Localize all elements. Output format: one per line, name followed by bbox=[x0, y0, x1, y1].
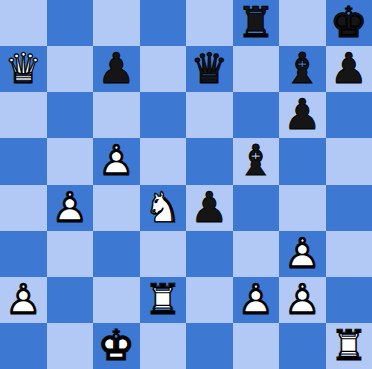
square-c2[interactable] bbox=[93, 277, 140, 323]
square-g6[interactable]: ♟ bbox=[279, 92, 326, 138]
square-c7[interactable]: ♟ bbox=[93, 46, 140, 92]
square-f7[interactable] bbox=[233, 46, 280, 92]
square-g7[interactable]: ♝ bbox=[279, 46, 326, 92]
square-c3[interactable] bbox=[93, 231, 140, 277]
square-h6[interactable] bbox=[326, 92, 372, 138]
square-c6[interactable] bbox=[93, 92, 140, 138]
square-f5[interactable]: ♝ bbox=[233, 138, 280, 184]
square-c5[interactable]: ♟♙ bbox=[93, 138, 140, 184]
pawn-glyph-outline: ♙ bbox=[279, 231, 326, 277]
square-g2[interactable]: ♟♙ bbox=[279, 277, 326, 323]
square-e5[interactable] bbox=[186, 138, 233, 184]
square-a3[interactable] bbox=[0, 231, 47, 277]
pawn-glyph-fill: ♟ bbox=[186, 185, 233, 231]
black-rook-f8[interactable]: ♜ bbox=[233, 0, 280, 46]
black-pawn-e4[interactable]: ♟ bbox=[186, 185, 233, 231]
square-b4[interactable]: ♟♙ bbox=[47, 185, 94, 231]
pawn-glyph-outline: ♙ bbox=[0, 277, 47, 323]
square-c1[interactable]: ♚♔ bbox=[93, 323, 140, 369]
square-b6[interactable] bbox=[47, 92, 94, 138]
bishop-glyph-fill: ♝ bbox=[233, 138, 280, 184]
white-queen-a7[interactable]: ♛♕ bbox=[0, 46, 47, 92]
square-b2[interactable] bbox=[47, 277, 94, 323]
square-d2[interactable]: ♜♖ bbox=[140, 277, 187, 323]
square-e1[interactable] bbox=[186, 323, 233, 369]
square-a4[interactable] bbox=[0, 185, 47, 231]
square-g5[interactable] bbox=[279, 138, 326, 184]
bishop-glyph-fill: ♝ bbox=[279, 46, 326, 92]
chess-board: ♜♚♛♕♟♛♝♟♟♟♙♝♟♙♞♘♟♟♙♟♙♜♖♟♙♟♙♚♔♜♖ bbox=[0, 0, 372, 369]
chess-board-container: ♜♚♛♕♟♛♝♟♟♟♙♝♟♙♞♘♟♟♙♟♙♜♖♟♙♟♙♚♔♜♖ bbox=[0, 0, 372, 369]
square-f2[interactable]: ♟♙ bbox=[233, 277, 280, 323]
square-d1[interactable] bbox=[140, 323, 187, 369]
square-f4[interactable] bbox=[233, 185, 280, 231]
square-b3[interactable] bbox=[47, 231, 94, 277]
square-d6[interactable] bbox=[140, 92, 187, 138]
square-g4[interactable] bbox=[279, 185, 326, 231]
square-d5[interactable] bbox=[140, 138, 187, 184]
square-a2[interactable]: ♟♙ bbox=[0, 277, 47, 323]
black-pawn-c7[interactable]: ♟ bbox=[93, 46, 140, 92]
square-f6[interactable] bbox=[233, 92, 280, 138]
square-b1[interactable] bbox=[47, 323, 94, 369]
square-d3[interactable] bbox=[140, 231, 187, 277]
black-queen-e7[interactable]: ♛ bbox=[186, 46, 233, 92]
square-h5[interactable] bbox=[326, 138, 372, 184]
square-a8[interactable] bbox=[0, 0, 47, 46]
pawn-glyph-outline: ♙ bbox=[47, 185, 94, 231]
pawn-glyph-fill: ♟ bbox=[326, 46, 372, 92]
rook-glyph-outline: ♖ bbox=[140, 277, 187, 323]
white-king-c1[interactable]: ♚♔ bbox=[93, 323, 140, 369]
pawn-glyph-outline: ♙ bbox=[279, 277, 326, 323]
square-h4[interactable] bbox=[326, 185, 372, 231]
black-bishop-f5[interactable]: ♝ bbox=[233, 138, 280, 184]
white-rook-h1[interactable]: ♜♖ bbox=[326, 323, 372, 369]
square-g8[interactable] bbox=[279, 0, 326, 46]
square-a6[interactable] bbox=[0, 92, 47, 138]
black-king-h8[interactable]: ♚ bbox=[326, 0, 372, 46]
square-c4[interactable] bbox=[93, 185, 140, 231]
square-f1[interactable] bbox=[233, 323, 280, 369]
square-f8[interactable]: ♜ bbox=[233, 0, 280, 46]
rook-glyph-fill: ♜ bbox=[233, 0, 280, 46]
square-e8[interactable] bbox=[186, 0, 233, 46]
rook-glyph-outline: ♖ bbox=[326, 323, 372, 369]
square-b7[interactable] bbox=[47, 46, 94, 92]
pawn-glyph-fill: ♟ bbox=[93, 46, 140, 92]
square-h7[interactable]: ♟ bbox=[326, 46, 372, 92]
square-g3[interactable]: ♟♙ bbox=[279, 231, 326, 277]
square-h1[interactable]: ♜♖ bbox=[326, 323, 372, 369]
square-d8[interactable] bbox=[140, 0, 187, 46]
white-pawn-b4[interactable]: ♟♙ bbox=[47, 185, 94, 231]
square-e7[interactable]: ♛ bbox=[186, 46, 233, 92]
square-h8[interactable]: ♚ bbox=[326, 0, 372, 46]
square-a7[interactable]: ♛♕ bbox=[0, 46, 47, 92]
square-a1[interactable] bbox=[0, 323, 47, 369]
pawn-glyph-outline: ♙ bbox=[233, 277, 280, 323]
white-rook-d2[interactable]: ♜♖ bbox=[140, 277, 187, 323]
square-g1[interactable] bbox=[279, 323, 326, 369]
square-f3[interactable] bbox=[233, 231, 280, 277]
square-a5[interactable] bbox=[0, 138, 47, 184]
queen-glyph-fill: ♛ bbox=[186, 46, 233, 92]
square-b5[interactable] bbox=[47, 138, 94, 184]
black-bishop-g7[interactable]: ♝ bbox=[279, 46, 326, 92]
black-pawn-h7[interactable]: ♟ bbox=[326, 46, 372, 92]
square-e2[interactable] bbox=[186, 277, 233, 323]
square-c8[interactable] bbox=[93, 0, 140, 46]
square-d7[interactable] bbox=[140, 46, 187, 92]
square-e3[interactable] bbox=[186, 231, 233, 277]
square-e4[interactable]: ♟ bbox=[186, 185, 233, 231]
queen-glyph-outline: ♕ bbox=[0, 46, 47, 92]
white-pawn-a2[interactable]: ♟♙ bbox=[0, 277, 47, 323]
square-h3[interactable] bbox=[326, 231, 372, 277]
white-pawn-f2[interactable]: ♟♙ bbox=[233, 277, 280, 323]
knight-glyph-outline: ♘ bbox=[140, 185, 187, 231]
square-e6[interactable] bbox=[186, 92, 233, 138]
square-h2[interactable] bbox=[326, 277, 372, 323]
king-glyph-fill: ♚ bbox=[326, 0, 372, 46]
white-knight-d4[interactable]: ♞♘ bbox=[140, 185, 187, 231]
white-pawn-g2[interactable]: ♟♙ bbox=[279, 277, 326, 323]
white-pawn-c5[interactable]: ♟♙ bbox=[93, 138, 140, 184]
white-pawn-g3[interactable]: ♟♙ bbox=[279, 231, 326, 277]
pawn-glyph-fill: ♟ bbox=[279, 92, 326, 138]
pawn-glyph-outline: ♙ bbox=[93, 138, 140, 184]
king-glyph-outline: ♔ bbox=[93, 323, 140, 369]
square-d4[interactable]: ♞♘ bbox=[140, 185, 187, 231]
square-b8[interactable] bbox=[47, 0, 94, 46]
black-pawn-g6[interactable]: ♟ bbox=[279, 92, 326, 138]
